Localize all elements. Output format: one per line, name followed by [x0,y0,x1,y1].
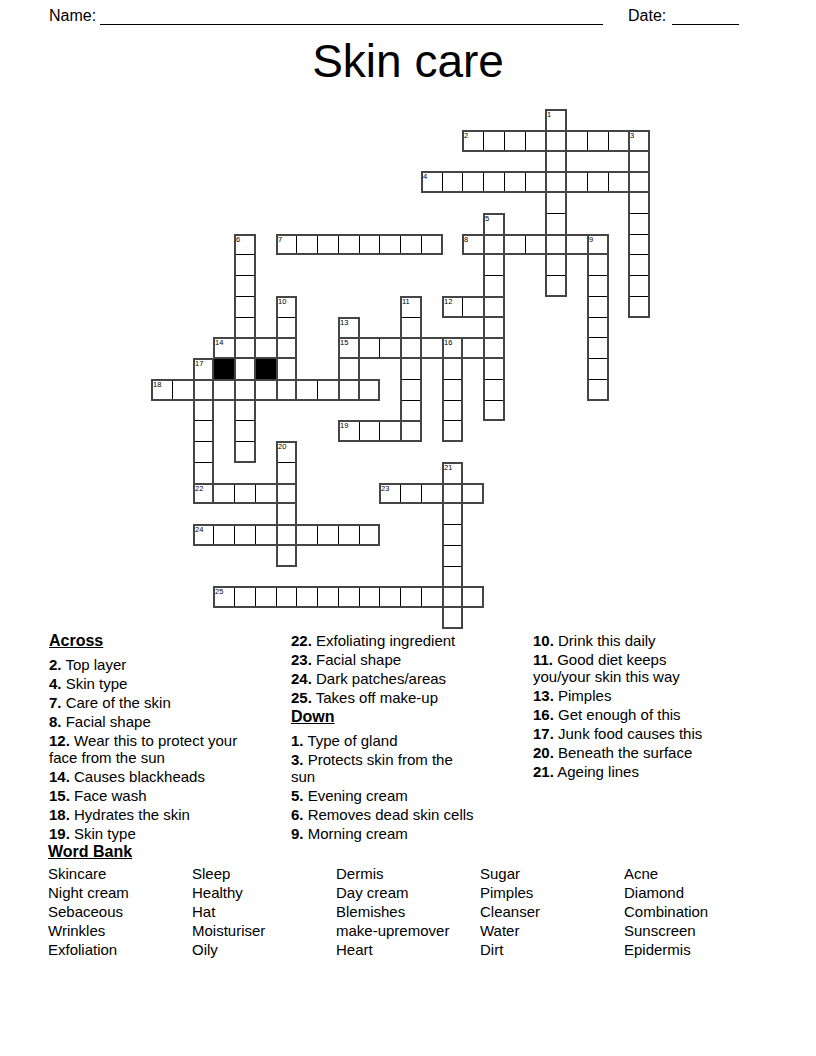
grid-cell[interactable] [483,275,505,297]
word-bank-header: Word Bank [48,843,132,861]
word-bank-column: AcneDiamondCombinationSunscreenEpidermis [624,864,768,959]
word-bank-item: Moisturiser [192,921,336,940]
grid-cell[interactable] [400,358,422,380]
word-bank-item: Day cream [336,883,480,902]
grid-cell[interactable] [359,337,380,359]
grid-cell[interactable] [276,524,297,546]
grid-cell[interactable] [359,379,380,401]
word-bank-item: Healthy [192,883,336,902]
grid-cell[interactable] [234,337,256,359]
grid-cell[interactable] [483,213,505,235]
clue-item: 22. Exfoliating ingredient [291,632,503,649]
grid-cell[interactable] [545,275,567,297]
grid-cell[interactable] [587,358,609,380]
grid-cell[interactable] [566,171,588,193]
grid-cell[interactable] [276,317,297,338]
grid-cell[interactable] [628,171,650,193]
grid-cell[interactable] [338,379,360,401]
word-bank-item: Sleep [192,864,336,883]
grid-cell[interactable] [193,358,214,380]
grid-cell[interactable] [379,586,401,608]
clue-item: 13. Pimples [533,687,738,704]
clue-item: 14. Causes blackheads [49,768,281,785]
grid-cell[interactable] [545,109,567,131]
worksheet-page: Name: Date: Skin care 247812141518192223… [0,0,816,1056]
grid-cell[interactable] [317,586,339,608]
grid-cell[interactable] [504,171,526,193]
word-bank-columns: SkincareNight creamSebaceousWrinklesExfo… [48,864,768,959]
grid-cell[interactable] [193,483,214,504]
grid-cell[interactable] [338,420,360,442]
clue-item: 25. Takes off make-up [291,689,503,706]
grid-cell[interactable] [587,337,609,359]
grid-cell[interactable] [587,130,609,152]
grid-cell[interactable] [545,192,567,214]
grid-cell[interactable] [276,586,297,608]
grid-cell[interactable] [442,607,463,629]
clue-column-down: 10. Drink this daily11. Good diet keeps … [533,632,738,782]
grid-cell[interactable] [234,379,256,401]
grid-cell[interactable] [400,234,422,255]
clue-item: 20. Beneath the surface [533,744,738,761]
grid-cell[interactable] [525,130,546,152]
black-cell [213,358,235,380]
word-bank-item: Blemishes [336,902,480,921]
grid-cell[interactable] [400,400,422,421]
grid-cell[interactable] [234,254,256,276]
grid-cell[interactable] [359,420,380,442]
grid-cell[interactable] [504,130,526,152]
grid-cell[interactable] [442,483,463,504]
grid-cell[interactable] [172,379,194,401]
grid-cell[interactable] [608,171,629,193]
grid-cell[interactable] [317,524,339,546]
grid-cell[interactable] [483,358,505,380]
word-bank-item: Pimples [480,883,624,902]
grid-cell[interactable] [234,275,256,297]
grid-cell[interactable] [193,441,214,463]
grid-cell[interactable] [317,379,339,401]
clue-item: 10. Drink this daily [533,632,738,649]
grid-cell[interactable] [276,503,297,525]
grid-cell[interactable] [255,337,277,359]
grid-cell[interactable] [545,151,567,172]
grid-cell[interactable] [255,586,277,608]
clue-item: 16. Get enough of this [533,706,738,723]
clue-item: 7. Care of the skin [49,694,281,711]
word-bank-item: Water [480,921,624,940]
grid-cell[interactable] [566,234,588,255]
grid-cell[interactable] [587,171,609,193]
grid-cell[interactable] [296,234,318,255]
grid-cell[interactable] [504,234,526,255]
clue-item: 12. Wear this to protect your face from … [49,732,281,766]
grid-cell[interactable] [421,337,443,359]
clue-item: 17. Junk food causes this [533,725,738,742]
grid-cell[interactable] [400,483,422,504]
grid-cell[interactable] [234,586,256,608]
grid-cell[interactable] [421,483,443,504]
grid-cell[interactable] [483,337,505,359]
grid-cell[interactable] [628,213,650,235]
word-bank-item: Exfoliation [48,940,192,959]
grid-cell[interactable] [213,524,235,546]
clue-item: 24. Dark patches/areas [291,670,503,687]
grid-cell[interactable] [213,586,235,608]
grid-cell[interactable] [234,400,256,421]
grid-cell[interactable] [193,379,214,401]
grid-cell[interactable] [462,483,484,504]
grid-cell[interactable] [338,317,360,338]
word-bank-item: Combination [624,902,768,921]
word-bank-item: Heart [336,940,480,959]
grid-cell[interactable] [234,420,256,442]
grid-cell[interactable] [338,337,360,359]
grid-cell[interactable] [379,337,401,359]
grid-cell[interactable] [379,483,401,504]
grid-cell[interactable] [296,379,318,401]
grid-cell[interactable] [545,254,567,276]
grid-cell[interactable] [628,254,650,276]
grid-cell[interactable] [587,379,609,401]
clue-item: 21. Ageing lines [533,763,738,780]
clue-item: 15. Face wash [49,787,281,804]
grid-cell[interactable] [628,296,650,318]
grid-cell[interactable] [400,317,422,338]
clue-item: 18. Hydrates the skin [49,806,281,823]
grid-cell[interactable] [587,234,609,255]
grid-cell[interactable] [421,234,443,255]
black-cell [255,358,277,380]
name-label: Name: [49,7,96,25]
grid-cell[interactable] [442,358,463,380]
clue-column-middle: 22. Exfoliating ingredient23. Facial sha… [291,632,503,844]
grid-cell[interactable] [462,234,484,255]
clue-item: 8. Facial shape [49,713,281,730]
word-bank-item: Sugar [480,864,624,883]
grid-cell[interactable] [442,296,463,318]
clue-item: 19. Skin type [49,825,281,842]
grid-cell[interactable] [234,524,256,546]
grid-cell[interactable] [442,524,463,546]
grid-cell[interactable] [276,483,297,504]
grid-cell[interactable] [421,171,443,193]
date-label: Date: [628,7,666,25]
grid-cell[interactable] [483,317,505,338]
word-bank-item: Sebaceous [48,902,192,921]
grid-cell[interactable] [276,545,297,567]
grid-cell[interactable] [400,296,422,318]
grid-cell[interactable] [234,317,256,338]
grid-cell[interactable] [545,234,567,255]
grid-cell[interactable] [193,400,214,421]
grid-cell[interactable] [587,254,609,276]
grid-cell[interactable] [483,254,505,276]
word-bank-item: Wrinkles [48,921,192,940]
grid-cell[interactable] [525,171,546,193]
grid-cell[interactable] [545,213,567,235]
word-bank-column: DermisDay creamBlemishesmake-upremoverHe… [336,864,480,959]
clue-column-across: Across2. Top layer4. Skin type7. Care of… [49,632,281,844]
word-bank-item: Night cream [48,883,192,902]
grid-cell[interactable] [587,317,609,338]
grid-cell[interactable] [359,234,380,255]
down-header: Down [291,708,503,726]
grid-cell[interactable] [462,296,484,318]
grid-cell[interactable] [255,379,277,401]
grid-cell[interactable] [442,400,463,421]
grid-cell[interactable] [442,337,463,359]
grid-cell[interactable] [276,379,297,401]
grid-cell[interactable] [628,151,650,172]
grid-cell[interactable] [545,130,567,152]
grid-cell[interactable] [338,524,360,546]
grid-cell[interactable] [483,379,505,401]
grid-cell[interactable] [462,337,484,359]
puzzle-title: Skin care [0,36,816,86]
grid-cell[interactable] [400,586,422,608]
grid-cell[interactable] [317,234,339,255]
grid-cell[interactable] [483,400,505,421]
grid-cell[interactable] [359,586,380,608]
clue-item: 11. Good diet keeps you/your skin this w… [533,651,738,685]
grid-cell[interactable] [234,483,256,504]
grid-cell[interactable] [276,337,297,359]
word-bank-item: Epidermis [624,940,768,959]
word-bank-item: Acne [624,864,768,883]
clue-item: 5. Evening cream [291,787,503,804]
grid-cell[interactable] [255,483,277,504]
grid-cell[interactable] [483,296,505,318]
word-bank-item: Hat [192,902,336,921]
grid-cell[interactable] [442,545,463,567]
grid-cell[interactable] [442,379,463,401]
grid-cell[interactable] [628,234,650,255]
grid-cell[interactable] [462,130,484,152]
word-bank-column: SugarPimplesCleanserWaterDirt [480,864,624,959]
grid-cell[interactable] [234,358,256,380]
grid-cell[interactable] [462,171,484,193]
grid-cell[interactable] [442,566,463,587]
date-blank-line [672,24,739,25]
grid-cell[interactable] [628,130,650,152]
grid-cell[interactable] [628,275,650,297]
grid-cell[interactable] [255,524,277,546]
grid-cell[interactable] [234,234,256,255]
grid-cell[interactable] [462,586,484,608]
grid-cell[interactable] [587,296,609,318]
clue-item: 2. Top layer [49,656,281,673]
word-bank-item: Skincare [48,864,192,883]
grid-cell[interactable] [421,586,443,608]
grid-cell[interactable] [234,296,256,318]
grid-cell[interactable] [379,420,401,442]
grid-cell[interactable] [525,234,546,255]
grid-cell[interactable] [379,234,401,255]
grid-cell[interactable] [442,420,463,442]
grid-cell[interactable] [193,420,214,442]
grid-cell[interactable] [276,462,297,484]
word-bank-column: SleepHealthyHatMoisturiserOily [192,864,336,959]
crossword-grid: 2478121415181922232425135691011131617202… [151,109,651,630]
grid-cell[interactable] [276,296,297,318]
grid-cell[interactable] [608,130,629,152]
grid-cell[interactable] [587,275,609,297]
grid-cell[interactable] [400,420,422,442]
word-bank-item: Sunscreen [624,921,768,940]
grid-cell[interactable] [234,441,256,463]
grid-cell[interactable] [359,524,380,546]
grid-cell[interactable] [276,234,297,255]
clue-item: 9. Morning cream [291,825,503,842]
grid-cell[interactable] [442,503,463,525]
clue-item: 3. Protects skin from the sun [291,751,503,785]
grid-cell[interactable] [442,462,463,484]
grid-cell[interactable] [296,586,318,608]
word-bank-column: SkincareNight creamSebaceousWrinklesExfo… [48,864,192,959]
grid-cell[interactable] [338,234,360,255]
grid-cell[interactable] [193,524,214,546]
grid-cell[interactable] [338,586,360,608]
word-bank-item: Oily [192,940,336,959]
clue-item: 1. Type of gland [291,732,503,749]
name-blank-line [100,24,603,25]
word-bank-item: make-upremover [336,921,480,940]
grid-cell[interactable] [628,192,650,214]
grid-cell[interactable] [442,586,463,608]
grid-cell[interactable] [400,337,422,359]
grid-cell[interactable] [566,130,588,152]
grid-cell[interactable] [483,130,505,152]
across-header: Across [49,632,281,650]
grid-cell[interactable] [296,524,318,546]
word-bank-item: Dirt [480,940,624,959]
grid-cell[interactable] [213,483,235,504]
grid-cell[interactable] [213,379,235,401]
grid-cell[interactable] [442,171,463,193]
grid-cell[interactable] [400,379,422,401]
grid-cell[interactable] [213,337,235,359]
word-bank-item: Cleanser [480,902,624,921]
grid-cell[interactable] [276,441,297,463]
word-bank-item: Diamond [624,883,768,902]
grid-cell[interactable] [338,358,360,380]
word-bank-item: Dermis [336,864,480,883]
grid-cell[interactable] [151,379,173,401]
grid-cell[interactable] [483,234,505,255]
clue-item: 4. Skin type [49,675,281,692]
grid-cell[interactable] [193,462,214,484]
grid-cell[interactable] [545,171,567,193]
clue-item: 23. Facial shape [291,651,503,668]
clue-item: 6. Removes dead skin cells [291,806,503,823]
grid-cell[interactable] [276,358,297,380]
grid-cell[interactable] [483,171,505,193]
